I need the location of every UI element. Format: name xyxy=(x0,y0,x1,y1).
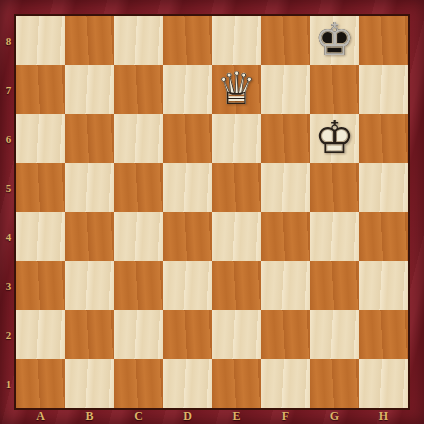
square-g6[interactable]: ♚♔ xyxy=(310,114,359,163)
square-e7[interactable]: ♛♕ xyxy=(212,65,261,114)
square-d2[interactable] xyxy=(163,310,212,359)
file-label-e: E xyxy=(212,408,261,424)
square-e3[interactable] xyxy=(212,261,261,310)
square-c5[interactable] xyxy=(114,163,163,212)
square-e8[interactable] xyxy=(212,16,261,65)
file-label-c: C xyxy=(114,408,163,424)
square-a7[interactable] xyxy=(16,65,65,114)
square-a5[interactable] xyxy=(16,163,65,212)
square-h5[interactable] xyxy=(359,163,408,212)
square-b8[interactable] xyxy=(65,16,114,65)
square-a1[interactable] xyxy=(16,359,65,408)
square-b4[interactable] xyxy=(65,212,114,261)
square-g8[interactable]: ♚♔ xyxy=(310,16,359,65)
square-b6[interactable] xyxy=(65,114,114,163)
square-g3[interactable] xyxy=(310,261,359,310)
white-queen-outline: ♕ xyxy=(212,65,261,114)
square-g2[interactable] xyxy=(310,310,359,359)
square-c1[interactable] xyxy=(114,359,163,408)
square-c3[interactable] xyxy=(114,261,163,310)
square-e4[interactable] xyxy=(212,212,261,261)
square-g7[interactable] xyxy=(310,65,359,114)
square-b2[interactable] xyxy=(65,310,114,359)
square-f7[interactable] xyxy=(261,65,310,114)
square-c8[interactable] xyxy=(114,16,163,65)
file-label-b: B xyxy=(65,408,114,424)
rank-label-3: 3 xyxy=(0,261,17,310)
square-g4[interactable] xyxy=(310,212,359,261)
rank-label-7: 7 xyxy=(0,65,17,114)
square-f3[interactable] xyxy=(261,261,310,310)
square-a6[interactable] xyxy=(16,114,65,163)
square-f6[interactable] xyxy=(261,114,310,163)
chess-board: ♚♔♛♕♚♔ xyxy=(16,16,408,408)
square-b5[interactable] xyxy=(65,163,114,212)
square-c4[interactable] xyxy=(114,212,163,261)
square-e6[interactable] xyxy=(212,114,261,163)
square-f2[interactable] xyxy=(261,310,310,359)
rank-label-6: 6 xyxy=(0,114,17,163)
square-d5[interactable] xyxy=(163,163,212,212)
square-d6[interactable] xyxy=(163,114,212,163)
white-queen[interactable]: ♛♕ xyxy=(212,65,261,114)
black-king-outline: ♔ xyxy=(310,16,359,65)
square-a3[interactable] xyxy=(16,261,65,310)
square-c7[interactable] xyxy=(114,65,163,114)
rank-label-4: 4 xyxy=(0,212,17,261)
white-king[interactable]: ♚♔ xyxy=(310,114,359,163)
rank-label-5: 5 xyxy=(0,163,17,212)
square-g1[interactable] xyxy=(310,359,359,408)
square-b3[interactable] xyxy=(65,261,114,310)
file-label-g: G xyxy=(310,408,359,424)
square-d7[interactable] xyxy=(163,65,212,114)
square-a2[interactable] xyxy=(16,310,65,359)
square-h2[interactable] xyxy=(359,310,408,359)
square-f4[interactable] xyxy=(261,212,310,261)
square-e1[interactable] xyxy=(212,359,261,408)
square-e5[interactable] xyxy=(212,163,261,212)
square-a8[interactable] xyxy=(16,16,65,65)
square-d8[interactable] xyxy=(163,16,212,65)
rank-label-2: 2 xyxy=(0,310,17,359)
square-a4[interactable] xyxy=(16,212,65,261)
black-king[interactable]: ♚♔ xyxy=(310,16,359,65)
square-g5[interactable] xyxy=(310,163,359,212)
square-d3[interactable] xyxy=(163,261,212,310)
square-e2[interactable] xyxy=(212,310,261,359)
square-f5[interactable] xyxy=(261,163,310,212)
square-f8[interactable] xyxy=(261,16,310,65)
square-h4[interactable] xyxy=(359,212,408,261)
square-h3[interactable] xyxy=(359,261,408,310)
square-b7[interactable] xyxy=(65,65,114,114)
file-label-d: D xyxy=(163,408,212,424)
file-label-a: A xyxy=(16,408,65,424)
white-king-outline: ♔ xyxy=(310,114,359,163)
square-b1[interactable] xyxy=(65,359,114,408)
square-h6[interactable] xyxy=(359,114,408,163)
square-c6[interactable] xyxy=(114,114,163,163)
file-label-f: F xyxy=(261,408,310,424)
square-h7[interactable] xyxy=(359,65,408,114)
square-d4[interactable] xyxy=(163,212,212,261)
board-frame: ♚♔♛♕♚♔ 87654321ABCDEFGH xyxy=(0,0,424,424)
square-f1[interactable] xyxy=(261,359,310,408)
square-c2[interactable] xyxy=(114,310,163,359)
square-h1[interactable] xyxy=(359,359,408,408)
square-h8[interactable] xyxy=(359,16,408,65)
square-d1[interactable] xyxy=(163,359,212,408)
file-label-h: H xyxy=(359,408,408,424)
rank-label-1: 1 xyxy=(0,359,17,408)
rank-label-8: 8 xyxy=(0,16,17,65)
